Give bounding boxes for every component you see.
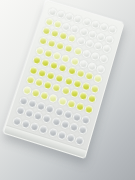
well-grid <box>11 6 119 147</box>
microplate <box>3 0 125 159</box>
photo-background <box>0 0 135 180</box>
well-r12c8-empty-gray <box>75 135 85 145</box>
